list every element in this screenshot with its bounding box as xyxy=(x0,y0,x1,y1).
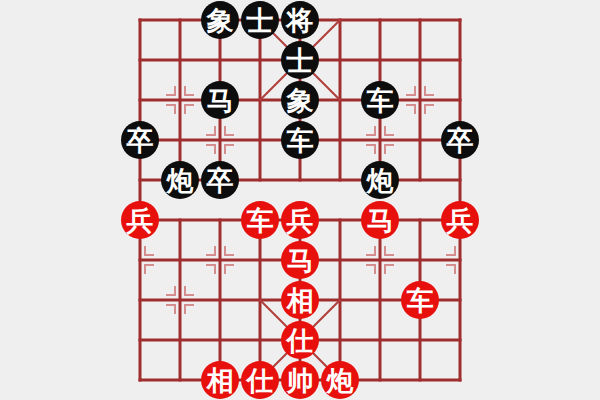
piece-red-elephant[interactable]: 相 xyxy=(281,281,319,319)
intersection-2-5[interactable] xyxy=(200,200,240,240)
piece-red-horse[interactable]: 马 xyxy=(361,201,399,239)
intersection-5-8[interactable] xyxy=(320,320,360,360)
intersection-4-1[interactable]: 士 xyxy=(280,40,320,80)
intersection-1-7[interactable] xyxy=(160,280,200,320)
intersection-5-4[interactable] xyxy=(320,160,360,200)
intersection-2-8[interactable] xyxy=(200,320,240,360)
intersection-6-8[interactable] xyxy=(360,320,400,360)
intersection-5-9[interactable]: 炮 xyxy=(320,360,360,400)
intersection-6-9[interactable] xyxy=(360,360,400,400)
intersection-4-8[interactable]: 仕 xyxy=(280,320,320,360)
intersection-7-0[interactable] xyxy=(400,0,440,40)
intersection-0-4[interactable] xyxy=(120,160,160,200)
intersection-2-6[interactable] xyxy=(200,240,240,280)
intersection-5-7[interactable] xyxy=(320,280,360,320)
intersection-1-8[interactable] xyxy=(160,320,200,360)
intersection-4-4[interactable] xyxy=(280,160,320,200)
intersection-7-5[interactable] xyxy=(400,200,440,240)
intersection-2-1[interactable] xyxy=(200,40,240,80)
piece-red-elephant[interactable]: 相 xyxy=(201,361,239,399)
intersection-2-3[interactable] xyxy=(200,120,240,160)
intersection-8-7[interactable] xyxy=(440,280,480,320)
piece-red-general[interactable]: 帅 xyxy=(281,361,319,399)
intersection-8-4[interactable] xyxy=(440,160,480,200)
intersection-0-7[interactable] xyxy=(120,280,160,320)
intersection-3-2[interactable] xyxy=(240,80,280,120)
intersection-0-9[interactable] xyxy=(120,360,160,400)
intersection-3-9[interactable]: 仕 xyxy=(240,360,280,400)
intersection-7-8[interactable] xyxy=(400,320,440,360)
piece-black-chariot[interactable]: 车 xyxy=(361,81,399,119)
piece-red-cannon[interactable]: 炮 xyxy=(321,361,359,399)
piece-red-advisor[interactable]: 仕 xyxy=(281,321,319,359)
intersection-0-5[interactable]: 兵 xyxy=(120,200,160,240)
intersection-8-1[interactable] xyxy=(440,40,480,80)
intersection-6-6[interactable] xyxy=(360,240,400,280)
intersection-6-0[interactable] xyxy=(360,0,400,40)
intersection-4-5[interactable]: 兵 xyxy=(280,200,320,240)
intersection-2-7[interactable] xyxy=(200,280,240,320)
intersection-4-2[interactable]: 象 xyxy=(280,80,320,120)
intersection-4-9[interactable]: 帅 xyxy=(280,360,320,400)
intersection-6-3[interactable] xyxy=(360,120,400,160)
piece-red-chariot[interactable]: 车 xyxy=(401,281,439,319)
piece-black-soldier[interactable]: 卒 xyxy=(201,161,239,199)
intersection-4-7[interactable]: 相 xyxy=(280,280,320,320)
intersection-3-5[interactable]: 车 xyxy=(240,200,280,240)
intersection-4-6[interactable]: 马 xyxy=(280,240,320,280)
intersection-3-4[interactable] xyxy=(240,160,280,200)
intersection-4-3[interactable]: 车 xyxy=(280,120,320,160)
piece-black-elephant[interactable]: 象 xyxy=(281,81,319,119)
piece-black-chariot[interactable]: 车 xyxy=(281,121,319,159)
intersection-6-4[interactable]: 炮 xyxy=(360,160,400,200)
intersection-7-1[interactable] xyxy=(400,40,440,80)
intersection-8-0[interactable] xyxy=(440,0,480,40)
intersection-6-5[interactable]: 马 xyxy=(360,200,400,240)
piece-black-advisor[interactable]: 士 xyxy=(241,1,279,39)
intersection-1-1[interactable] xyxy=(160,40,200,80)
xiangqi-board-area: 象士将士马象车卒车卒炮卒炮兵车兵马兵马相车仕相仕帅炮 xyxy=(0,0,600,400)
intersection-7-9[interactable] xyxy=(400,360,440,400)
intersection-2-9[interactable]: 相 xyxy=(200,360,240,400)
intersection-3-3[interactable] xyxy=(240,120,280,160)
intersection-7-7[interactable]: 车 xyxy=(400,280,440,320)
intersection-7-4[interactable] xyxy=(400,160,440,200)
intersection-0-6[interactable] xyxy=(120,240,160,280)
intersection-0-0[interactable] xyxy=(120,0,160,40)
intersection-3-1[interactable] xyxy=(240,40,280,80)
intersection-7-2[interactable] xyxy=(400,80,440,120)
intersection-8-2[interactable] xyxy=(440,80,480,120)
piece-red-advisor[interactable]: 仕 xyxy=(241,361,279,399)
intersection-3-6[interactable] xyxy=(240,240,280,280)
piece-red-soldier[interactable]: 兵 xyxy=(281,201,319,239)
intersection-8-6[interactable] xyxy=(440,240,480,280)
piece-black-horse[interactable]: 马 xyxy=(201,81,239,119)
intersection-0-1[interactable] xyxy=(120,40,160,80)
intersection-1-0[interactable] xyxy=(160,0,200,40)
intersection-5-3[interactable] xyxy=(320,120,360,160)
piece-black-cannon[interactable]: 炮 xyxy=(361,161,399,199)
intersection-1-4[interactable]: 炮 xyxy=(160,160,200,200)
piece-red-chariot[interactable]: 车 xyxy=(241,201,279,239)
piece-black-general[interactable]: 将 xyxy=(281,1,319,39)
piece-red-soldier[interactable]: 兵 xyxy=(121,201,159,239)
intersection-6-1[interactable] xyxy=(360,40,400,80)
piece-black-soldier[interactable]: 卒 xyxy=(441,121,479,159)
intersection-5-5[interactable] xyxy=(320,200,360,240)
intersection-1-2[interactable] xyxy=(160,80,200,120)
intersection-3-8[interactable] xyxy=(240,320,280,360)
intersection-1-6[interactable] xyxy=(160,240,200,280)
intersection-3-0[interactable]: 士 xyxy=(240,0,280,40)
intersection-2-0[interactable]: 象 xyxy=(200,0,240,40)
piece-black-soldier[interactable]: 卒 xyxy=(121,121,159,159)
piece-black-advisor[interactable]: 士 xyxy=(281,41,319,79)
intersection-1-3[interactable] xyxy=(160,120,200,160)
intersection-1-5[interactable] xyxy=(160,200,200,240)
intersection-0-3[interactable]: 卒 xyxy=(120,120,160,160)
intersection-5-6[interactable] xyxy=(320,240,360,280)
intersection-6-7[interactable] xyxy=(360,280,400,320)
intersection-0-2[interactable] xyxy=(120,80,160,120)
intersection-6-2[interactable]: 车 xyxy=(360,80,400,120)
intersection-7-6[interactable] xyxy=(400,240,440,280)
intersection-4-0[interactable]: 将 xyxy=(280,0,320,40)
xiangqi-board: 象士将士马象车卒车卒炮卒炮兵车兵马兵马相车仕相仕帅炮 xyxy=(120,0,480,400)
intersection-0-8[interactable] xyxy=(120,320,160,360)
intersection-7-3[interactable] xyxy=(400,120,440,160)
piece-black-elephant[interactable]: 象 xyxy=(201,1,239,39)
intersection-3-7[interactable] xyxy=(240,280,280,320)
intersection-5-2[interactable] xyxy=(320,80,360,120)
intersection-8-8[interactable] xyxy=(440,320,480,360)
intersection-5-0[interactable] xyxy=(320,0,360,40)
piece-red-horse[interactable]: 马 xyxy=(281,241,319,279)
intersection-5-1[interactable] xyxy=(320,40,360,80)
intersection-8-9[interactable] xyxy=(440,360,480,400)
intersection-2-4[interactable]: 卒 xyxy=(200,160,240,200)
intersection-1-9[interactable] xyxy=(160,360,200,400)
intersection-8-3[interactable]: 卒 xyxy=(440,120,480,160)
piece-black-cannon[interactable]: 炮 xyxy=(161,161,199,199)
intersection-2-2[interactable]: 马 xyxy=(200,80,240,120)
intersection-8-5[interactable]: 兵 xyxy=(440,200,480,240)
piece-red-soldier[interactable]: 兵 xyxy=(441,201,479,239)
